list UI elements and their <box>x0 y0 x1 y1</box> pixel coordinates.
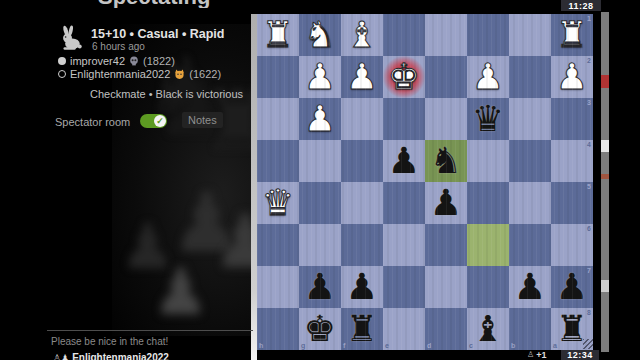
square-b1[interactable] <box>509 14 551 56</box>
square-c1[interactable] <box>467 14 509 56</box>
white-queen-h5: ♛ <box>257 182 299 224</box>
square-b8[interactable]: b <box>509 308 551 350</box>
rank-label-3: 3 <box>587 99 591 106</box>
square-e7[interactable] <box>383 266 425 308</box>
square-h1[interactable]: ♜ <box>257 14 299 56</box>
black-bishop-c8: ♝ <box>467 308 509 350</box>
white-knight-g1: ♞ <box>299 14 341 56</box>
square-h7[interactable] <box>257 266 299 308</box>
square-g1[interactable]: ♞ <box>299 14 341 56</box>
file-label-h: h <box>259 342 263 349</box>
square-f3[interactable] <box>341 98 383 140</box>
square-c5[interactable] <box>467 182 509 224</box>
square-d1[interactable] <box>425 14 467 56</box>
black-pawn-b7: ♟ <box>509 266 551 308</box>
player-black-row: Enlightenmania2022 (1622) <box>58 68 221 80</box>
chat-user-name: Enlightenmania2022 <box>72 352 169 360</box>
chat-user-pieces-icon: ♙♟ <box>53 353 69 360</box>
file-label-d: d <box>427 342 431 349</box>
square-c4[interactable] <box>467 140 509 182</box>
rank-label-8: 8 <box>587 309 591 316</box>
square-g4[interactable] <box>299 140 341 182</box>
square-h6[interactable] <box>257 224 299 266</box>
tab-spectator-room[interactable]: Spectator room <box>55 116 130 128</box>
square-a2[interactable]: ♟2 <box>551 56 593 98</box>
square-e6[interactable] <box>383 224 425 266</box>
square-c7[interactable] <box>467 266 509 308</box>
file-label-b: b <box>511 342 515 349</box>
black-pawn-d5: ♟ <box>425 182 467 224</box>
rank-label-5: 5 <box>587 183 591 190</box>
square-c2[interactable]: ♟ <box>467 56 509 98</box>
cat-flair-icon <box>174 69 185 79</box>
square-g5[interactable] <box>299 182 341 224</box>
square-g6[interactable] <box>299 224 341 266</box>
square-e5[interactable] <box>383 182 425 224</box>
square-b4[interactable] <box>509 140 551 182</box>
rank-label-6: 6 <box>587 225 591 232</box>
rank-label-1: 1 <box>587 15 591 22</box>
file-label-c: c <box>469 342 473 349</box>
player-black-rating: (1622) <box>189 68 221 80</box>
black-king-g8: ♚ <box>299 308 341 350</box>
scrollbar-mark-light <box>601 280 609 292</box>
square-e2[interactable]: ♚ <box>383 56 425 98</box>
page-title: Spectating <box>98 0 258 8</box>
white-pawn-c2: ♟ <box>467 56 509 98</box>
player-white-name[interactable]: improver42 <box>70 55 125 67</box>
square-c6[interactable] <box>467 224 509 266</box>
black-rook-f8: ♜ <box>341 308 383 350</box>
square-b3[interactable] <box>509 98 551 140</box>
square-f8[interactable]: ♜f <box>341 308 383 350</box>
player-white-rating: (1822) <box>143 55 175 67</box>
board-resize-handle[interactable] <box>583 339 593 349</box>
square-a6[interactable]: 6 <box>551 224 593 266</box>
square-b5[interactable] <box>509 182 551 224</box>
square-a3[interactable]: 3 <box>551 98 593 140</box>
square-h3[interactable] <box>257 98 299 140</box>
square-a4[interactable]: 4 <box>551 140 593 182</box>
square-d3[interactable] <box>425 98 467 140</box>
square-d4[interactable]: ♞ <box>425 140 467 182</box>
square-e4[interactable]: ♟ <box>383 140 425 182</box>
white-pawn-g2: ♟ <box>299 56 341 98</box>
game-time-ago: 6 hours ago <box>92 41 145 52</box>
square-a5[interactable]: 5 <box>551 182 593 224</box>
square-b7[interactable]: ♟ <box>509 266 551 308</box>
white-bishop-f1: ♝ <box>341 14 383 56</box>
square-e3[interactable] <box>383 98 425 140</box>
square-d2[interactable] <box>425 56 467 98</box>
white-side-icon <box>58 57 66 65</box>
page-title-clipped: Spectating <box>98 0 258 8</box>
square-f4[interactable] <box>341 140 383 182</box>
chat-notice: Please be nice in the chat! <box>51 336 168 347</box>
chess-board[interactable]: ♜♞♝♜1♟♟♚♟♟2♟♛3♟♞4♛♟56♟♟♟♟7h♚g♜fed♝cb♜8a <box>257 14 593 350</box>
square-h2[interactable] <box>257 56 299 98</box>
square-g3[interactable]: ♟ <box>299 98 341 140</box>
scrollbar-mark-orange <box>601 174 609 179</box>
spectator-room-toggle[interactable]: ✓ <box>140 114 167 128</box>
rapid-rabbit-icon <box>56 25 84 51</box>
square-h4[interactable] <box>257 140 299 182</box>
square-h8[interactable]: h <box>257 308 299 350</box>
rank-label-4: 4 <box>587 141 591 148</box>
last-move-highlight-c6 <box>467 224 509 266</box>
game-result-text: Checkmate • Black is victorious <box>90 88 243 100</box>
game-setup-info: 15+10 • Casual • Rapid <box>91 27 224 41</box>
white-pawn-f2: ♟ <box>341 56 383 98</box>
black-side-icon <box>58 70 66 78</box>
square-h5[interactable]: ♛ <box>257 182 299 224</box>
square-b6[interactable] <box>509 224 551 266</box>
black-knight-d4: ♞ <box>425 140 467 182</box>
chat-message-partial: ♙♟ Enlightenmania2022 <box>53 352 169 360</box>
player-white-row: improver42 (1822) <box>58 55 175 67</box>
black-pawn-f7: ♟ <box>341 266 383 308</box>
square-f2[interactable]: ♟ <box>341 56 383 98</box>
black-queen-c3: ♛ <box>467 98 509 140</box>
square-g8[interactable]: ♚g <box>299 308 341 350</box>
square-c3[interactable]: ♛ <box>467 98 509 140</box>
chat-divider <box>47 330 253 331</box>
skull-flair-icon <box>129 56 139 66</box>
square-a7[interactable]: ♟7 <box>551 266 593 308</box>
square-d6[interactable] <box>425 224 467 266</box>
rank-label-7: 7 <box>587 267 591 274</box>
black-pawn-e4: ♟ <box>383 140 425 182</box>
material-value: +1 <box>536 350 546 360</box>
square-c8[interactable]: ♝c <box>467 308 509 350</box>
square-f1[interactable]: ♝ <box>341 14 383 56</box>
square-f7[interactable]: ♟ <box>341 266 383 308</box>
white-rook-h1: ♜ <box>257 14 299 56</box>
file-label-g: g <box>301 342 305 349</box>
scrollbar-mark-red <box>601 75 609 88</box>
square-e8[interactable]: e <box>383 308 425 350</box>
white-pawn-g3: ♟ <box>299 98 341 140</box>
square-d8[interactable]: d <box>425 308 467 350</box>
square-f5[interactable] <box>341 182 383 224</box>
square-a1[interactable]: ♜1 <box>551 14 593 56</box>
square-f6[interactable] <box>341 224 383 266</box>
square-g2[interactable]: ♟ <box>299 56 341 98</box>
file-label-e: e <box>385 342 389 349</box>
black-pawn-g7: ♟ <box>299 266 341 308</box>
square-b2[interactable] <box>509 56 551 98</box>
rank-label-2: 2 <box>587 57 591 64</box>
white-king-e2: ♚ <box>383 56 425 98</box>
player-black-name[interactable]: Enlightenmania2022 <box>70 68 170 80</box>
file-label-f: f <box>343 342 345 349</box>
tab-notes[interactable]: Notes <box>182 112 223 128</box>
clock-white-top: 11:28 <box>561 0 601 11</box>
square-g7[interactable]: ♟ <box>299 266 341 308</box>
check-icon: ✓ <box>156 117 164 126</box>
scrollbar-mark-white <box>601 140 609 152</box>
clock-black-bottom: 12:34 <box>561 350 599 360</box>
scrollbar[interactable] <box>601 12 609 352</box>
material-advantage: ♙ +1 <box>527 350 546 360</box>
photo-pawn-silhouette: ♟ <box>152 260 209 324</box>
lichess-spectate-page: ♞ ♜ ♟ ♟ ♟ ♟ Spectating 15+10 • Casual • … <box>0 0 640 360</box>
square-d7[interactable] <box>425 266 467 308</box>
pawn-icon: ♙ <box>527 351 534 359</box>
toggle-knob: ✓ <box>154 115 166 127</box>
square-e1[interactable] <box>383 14 425 56</box>
file-label-a: a <box>553 342 557 349</box>
square-d5[interactable]: ♟ <box>425 182 467 224</box>
